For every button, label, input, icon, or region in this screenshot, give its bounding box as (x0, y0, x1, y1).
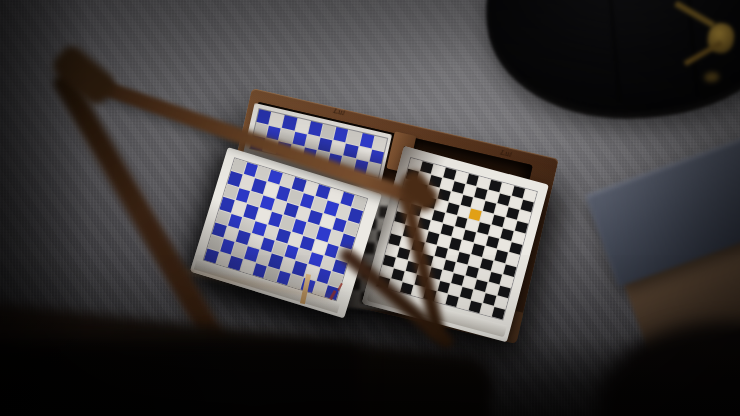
brass-fitting (674, 1, 715, 28)
brass-fitting (704, 71, 720, 82)
photo-scene: Lui Lui (0, 0, 740, 416)
bottom-shadow-gradient (0, 336, 740, 416)
brass-fitting (684, 41, 723, 66)
case-seam-line (602, 0, 621, 103)
